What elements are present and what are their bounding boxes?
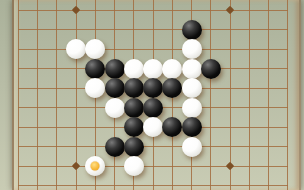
black-stone [182,117,202,137]
star-point [72,162,80,170]
black-stone [105,78,125,98]
black-stone [201,59,221,79]
white-stone [182,39,202,59]
white-stone [182,98,202,118]
black-stone [105,137,125,157]
black-stone [143,98,163,118]
game-screen [0,0,304,190]
grid-hline [18,166,289,167]
white-stone [85,156,105,176]
white-stone [182,78,202,98]
white-stone [143,117,163,137]
white-stone [124,156,144,176]
gomoku-board[interactable] [12,0,301,190]
grid-hline [18,185,289,186]
white-stone [124,59,144,79]
star-point [72,6,80,14]
white-stone [182,137,202,157]
white-stone [66,39,86,59]
white-stone [85,39,105,59]
white-stone [85,78,105,98]
black-stone [162,117,182,137]
white-stone [105,98,125,118]
black-stone [124,137,144,157]
star-point [226,6,234,14]
black-stone [143,78,163,98]
black-stone [182,20,202,40]
black-stone [85,59,105,79]
last-move-marker [91,162,100,171]
star-point [226,162,234,170]
grid-hline [18,10,289,11]
grid-hline [18,146,289,147]
grid-hline [18,29,289,30]
black-stone [124,78,144,98]
black-stone [124,98,144,118]
black-stone [162,78,182,98]
black-stone [124,117,144,137]
white-stone [182,59,202,79]
black-stone [105,59,125,79]
white-stone [143,59,163,79]
grid-hline [18,49,289,50]
white-stone [162,59,182,79]
